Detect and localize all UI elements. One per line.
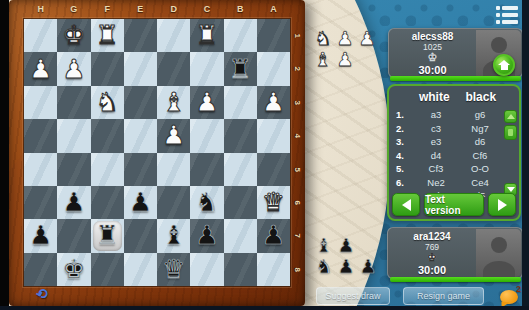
home-icon bbox=[500, 61, 509, 69]
square-b5[interactable] bbox=[224, 153, 257, 186]
up-arrow-icon bbox=[507, 114, 515, 119]
square-d5[interactable] bbox=[157, 153, 190, 186]
captured-white-pawn: ♟ bbox=[334, 27, 356, 50]
move-number: 1. bbox=[392, 109, 414, 120]
menu-row bbox=[496, 20, 520, 24]
square-b3[interactable] bbox=[224, 86, 257, 119]
left-arrow-icon bbox=[402, 199, 411, 211]
file-label-d: D bbox=[157, 2, 190, 17]
square-f7[interactable]: ♜ bbox=[91, 219, 124, 252]
black-king[interactable]: ♚ bbox=[62, 253, 85, 286]
square-a1[interactable] bbox=[257, 19, 290, 52]
white-knight[interactable]: ♞ bbox=[95, 86, 118, 119]
suggest-draw-button[interactable]: Suggest draw bbox=[316, 287, 390, 305]
square-h4[interactable] bbox=[24, 119, 57, 152]
white-move: Ne2 bbox=[414, 177, 458, 188]
black-queen[interactable]: ♛ bbox=[162, 253, 185, 286]
captured-white-knight: ♞ bbox=[312, 27, 334, 50]
file-label-e: E bbox=[124, 2, 157, 17]
white-rook[interactable]: ♜ bbox=[95, 19, 118, 52]
player-name: alecss88 bbox=[412, 31, 454, 42]
move-row: 2.c3Ng7 bbox=[392, 122, 502, 136]
white-pawn[interactable]: ♟ bbox=[262, 86, 285, 119]
app-screen: HGFEDCBA 12345678 ♚♜♜♟♟♜♞♝♟♟♟♟♟♞♛♟♜♝♟♟♚♛… bbox=[0, 0, 529, 310]
square-h7[interactable]: ♟ bbox=[24, 219, 57, 252]
captured-white-pieces-tray: ♞♟♟♝♟ bbox=[312, 27, 378, 71]
square-f2[interactable] bbox=[91, 52, 124, 85]
white-king-icon: ♚ bbox=[427, 252, 437, 264]
left-bezel bbox=[0, 0, 9, 310]
move-number: 2. bbox=[392, 123, 414, 134]
right-arrow-icon bbox=[498, 199, 507, 211]
captured-black-pawn: ♟ bbox=[335, 255, 357, 278]
square-h8[interactable] bbox=[24, 253, 57, 286]
square-h6[interactable] bbox=[24, 186, 57, 219]
next-move-button[interactable] bbox=[488, 193, 516, 216]
move-rows: 1.a3g62.c3Ng73.e3d64.d4Cf65.Cf3O-O6.Ne2C… bbox=[392, 108, 502, 197]
black-pawn[interactable]: ♟ bbox=[262, 219, 285, 252]
square-g5[interactable] bbox=[57, 153, 90, 186]
menu-list-icon[interactable] bbox=[496, 6, 520, 28]
square-g2[interactable]: ♟ bbox=[57, 52, 90, 85]
scroll-thumb[interactable] bbox=[504, 125, 517, 140]
resign-game-button[interactable]: Resign game bbox=[403, 287, 484, 305]
square-b1[interactable] bbox=[224, 19, 257, 52]
move-row: 3.e3d6 bbox=[392, 135, 502, 149]
black-move: Cf6 bbox=[458, 150, 502, 161]
captured-white-pawn: ♟ bbox=[356, 27, 378, 50]
square-a7[interactable]: ♟ bbox=[257, 219, 290, 252]
player-clock: 30:00 bbox=[418, 64, 446, 76]
captured-row: ♞♟♟ bbox=[312, 27, 378, 50]
square-b8[interactable] bbox=[224, 253, 257, 286]
chess-board: HGFEDCBA 12345678 ♚♜♜♟♟♜♞♝♟♟♟♟♟♞♛♟♜♝♟♟♚♛… bbox=[0, 0, 310, 310]
square-f3[interactable]: ♞ bbox=[91, 86, 124, 119]
square-h5[interactable] bbox=[24, 153, 57, 186]
black-pawn[interactable]: ♟ bbox=[129, 186, 152, 219]
black-pawn[interactable]: ♟ bbox=[62, 186, 85, 219]
white-pawn[interactable]: ♟ bbox=[195, 86, 218, 119]
move-number: 3. bbox=[392, 136, 414, 147]
header-white: white bbox=[411, 90, 458, 104]
bottom-bezel bbox=[0, 306, 529, 310]
black-pawn[interactable]: ♟ bbox=[29, 219, 52, 252]
square-g3[interactable] bbox=[57, 86, 90, 119]
square-d4[interactable]: ♟ bbox=[157, 119, 190, 152]
white-bishop[interactable]: ♝ bbox=[162, 86, 185, 119]
square-e4[interactable] bbox=[124, 119, 157, 152]
move-list-scrollbar bbox=[504, 110, 517, 196]
captured-row: ♝♟ bbox=[312, 48, 378, 71]
captured-black-pawn: ♟ bbox=[335, 234, 357, 257]
move-row: 1.a3g6 bbox=[392, 108, 502, 122]
square-a4[interactable] bbox=[257, 119, 290, 152]
home-button[interactable] bbox=[493, 54, 515, 76]
square-a3[interactable]: ♟ bbox=[257, 86, 290, 119]
white-pawn[interactable]: ♟ bbox=[62, 53, 85, 86]
square-g1[interactable]: ♚ bbox=[57, 19, 90, 52]
captured-white-pawn: ♟ bbox=[334, 48, 356, 71]
square-e3[interactable] bbox=[124, 86, 157, 119]
white-queen[interactable]: ♛ bbox=[262, 186, 285, 219]
player-info: ara1234 769 ♚ 30:00 bbox=[388, 228, 476, 278]
square-d1[interactable] bbox=[157, 19, 190, 52]
player-name: ara1234 bbox=[413, 231, 450, 242]
square-g6[interactable]: ♟ bbox=[57, 186, 90, 219]
file-label-h: H bbox=[24, 2, 57, 17]
move-number: 4. bbox=[392, 150, 414, 161]
chat-bubble-icon[interactable]: 2 bbox=[500, 290, 518, 304]
white-move: a3 bbox=[414, 109, 458, 120]
captured-black-pawn: ♟ bbox=[357, 255, 379, 278]
captured-row: ♝♟ bbox=[313, 234, 379, 257]
file-label-a: A bbox=[257, 2, 290, 17]
square-f8[interactable] bbox=[91, 253, 124, 286]
square-e2[interactable] bbox=[124, 52, 157, 85]
move-number: 5. bbox=[392, 163, 414, 174]
time-bar-top bbox=[390, 76, 521, 81]
chat-badge: 2 bbox=[516, 284, 521, 294]
square-b7[interactable] bbox=[224, 219, 257, 252]
square-h2[interactable]: ♟ bbox=[24, 52, 57, 85]
black-knight[interactable]: ♞ bbox=[195, 186, 218, 219]
file-label-c: C bbox=[190, 2, 223, 17]
square-d7[interactable]: ♝ bbox=[157, 219, 190, 252]
player-info: alecss88 1025 ♚ 30:00 bbox=[389, 29, 476, 77]
move-list-header: white black bbox=[389, 86, 519, 107]
square-b4[interactable] bbox=[224, 119, 257, 152]
square-g7[interactable] bbox=[57, 219, 90, 252]
black-move: O-O bbox=[458, 163, 502, 174]
square-d3[interactable]: ♝ bbox=[157, 86, 190, 119]
square-f1[interactable]: ♜ bbox=[91, 19, 124, 52]
move-row: 5.Cf3O-O bbox=[392, 162, 502, 176]
time-bar-bottom bbox=[390, 277, 521, 282]
square-f6[interactable] bbox=[91, 186, 124, 219]
text-version-button[interactable]: Text version bbox=[424, 193, 484, 216]
menu-row bbox=[496, 6, 520, 10]
white-pawn[interactable]: ♟ bbox=[29, 53, 52, 86]
square-c1[interactable]: ♜ bbox=[190, 19, 223, 52]
move-number: 6. bbox=[392, 177, 414, 188]
move-row: 6.Ne2Ce4 bbox=[392, 176, 502, 190]
move-nav-buttons: Text version bbox=[392, 193, 516, 216]
square-a8[interactable] bbox=[257, 253, 290, 286]
square-h3[interactable] bbox=[24, 86, 57, 119]
square-e7[interactable] bbox=[124, 219, 157, 252]
right-bezel bbox=[522, 0, 529, 310]
square-d2[interactable] bbox=[157, 52, 190, 85]
square-e1[interactable] bbox=[124, 19, 157, 52]
white-pawn[interactable]: ♟ bbox=[162, 119, 185, 152]
white-move: c3 bbox=[414, 123, 458, 134]
square-g8[interactable]: ♚ bbox=[57, 253, 90, 286]
white-rook[interactable]: ♜ bbox=[195, 19, 218, 52]
square-h1[interactable] bbox=[24, 19, 57, 52]
square-d8[interactable]: ♛ bbox=[157, 253, 190, 286]
square-c8[interactable] bbox=[190, 253, 223, 286]
file-label-b: B bbox=[224, 2, 257, 17]
square-c2[interactable] bbox=[190, 52, 223, 85]
avatar bbox=[476, 229, 521, 277]
square-a5[interactable] bbox=[257, 153, 290, 186]
file-label-g: G bbox=[57, 2, 90, 17]
captured-white-bishop: ♝ bbox=[312, 48, 334, 71]
square-e5[interactable] bbox=[124, 153, 157, 186]
square-g4[interactable] bbox=[57, 119, 90, 152]
black-move: Ng7 bbox=[458, 123, 502, 134]
black-bishop[interactable]: ♝ bbox=[162, 219, 185, 252]
black-rook[interactable]: ♜ bbox=[95, 219, 118, 252]
square-a6[interactable]: ♛ bbox=[257, 186, 290, 219]
square-c5[interactable] bbox=[190, 153, 223, 186]
rank-labels: 12345678 bbox=[290, 19, 305, 286]
captured-black-knight: ♞ bbox=[313, 255, 335, 278]
black-move: Ce4 bbox=[458, 177, 502, 188]
player-clock: 30:00 bbox=[418, 264, 446, 276]
white-king[interactable]: ♚ bbox=[62, 19, 85, 52]
square-c7[interactable]: ♟ bbox=[190, 219, 223, 252]
square-e8[interactable] bbox=[124, 253, 157, 286]
black-move: d6 bbox=[458, 136, 502, 147]
square-e6[interactable]: ♟ bbox=[124, 186, 157, 219]
black-king-icon: ♚ bbox=[428, 52, 438, 64]
scroll-up-button[interactable] bbox=[504, 110, 517, 123]
down-arrow-icon bbox=[507, 187, 515, 192]
header-black: black bbox=[458, 90, 505, 104]
move-list-panel: white black 1.a3g62.c3Ng73.e3d64.d4Cf65.… bbox=[387, 84, 521, 221]
previous-move-button[interactable] bbox=[392, 193, 420, 216]
white-move: Cf3 bbox=[414, 163, 458, 174]
black-move: g6 bbox=[458, 109, 502, 120]
file-label-f: F bbox=[91, 2, 124, 17]
square-a2[interactable] bbox=[257, 52, 290, 85]
black-pawn[interactable]: ♟ bbox=[195, 219, 218, 252]
white-move: d4 bbox=[414, 150, 458, 161]
square-c4[interactable] bbox=[190, 119, 223, 152]
square-d6[interactable] bbox=[157, 186, 190, 219]
captured-black-bishop: ♝ bbox=[313, 234, 335, 257]
player-rating: 769 bbox=[425, 242, 439, 252]
black-rook[interactable]: ♜ bbox=[228, 53, 251, 86]
menu-row bbox=[496, 13, 520, 17]
captured-black-pieces-tray: ♝♟♞♟♟ bbox=[313, 234, 379, 278]
player-rating: 1025 bbox=[423, 42, 442, 52]
white-move: e3 bbox=[414, 136, 458, 147]
square-b2[interactable]: ♜ bbox=[224, 52, 257, 85]
board-squares: ♚♜♜♟♟♜♞♝♟♟♟♟♟♞♛♟♜♝♟♟♚♛ bbox=[24, 19, 290, 286]
move-row: 4.d4Cf6 bbox=[392, 149, 502, 163]
square-f4[interactable] bbox=[91, 119, 124, 152]
square-b6[interactable] bbox=[224, 186, 257, 219]
square-c3[interactable]: ♟ bbox=[190, 86, 223, 119]
file-labels: HGFEDCBA bbox=[24, 2, 290, 17]
square-f5[interactable] bbox=[91, 153, 124, 186]
captured-row: ♞♟♟ bbox=[313, 255, 379, 278]
player-card-bottom: ara1234 769 ♚ 30:00 bbox=[387, 227, 523, 279]
square-c6[interactable]: ♞ bbox=[190, 186, 223, 219]
